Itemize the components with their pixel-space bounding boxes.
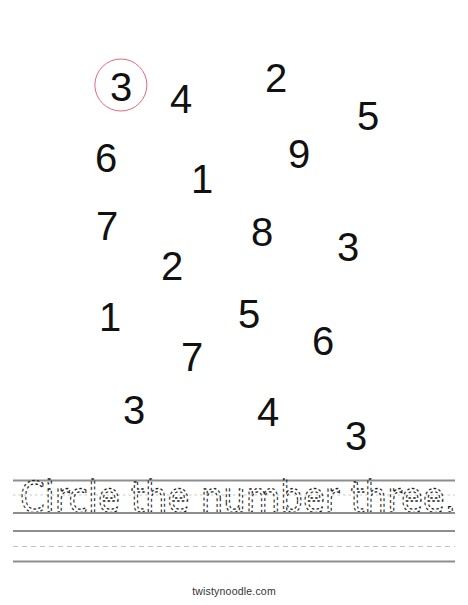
digit: 9 (288, 132, 310, 176)
digit: 7 (181, 335, 203, 379)
scattered-number[interactable]: 7 (96, 206, 118, 246)
worksheet-page: 3 4 2 5 6 1 9 7 8 3 2 1 5 6 7 3 4 3 Circ… (0, 0, 468, 605)
digit: 4 (257, 390, 279, 434)
digit: 2 (161, 244, 183, 288)
digit: 8 (251, 210, 273, 254)
scattered-number[interactable]: 2 (265, 58, 287, 98)
scattered-number[interactable]: 8 (251, 212, 273, 252)
digit: 5 (357, 94, 379, 138)
digit: 3 (345, 414, 367, 458)
digit: 6 (312, 319, 334, 363)
digit: 2 (265, 56, 287, 100)
tracing-sentence: Circle the number three. (20, 472, 456, 522)
digit: 1 (191, 157, 213, 201)
digit: 4 (170, 77, 192, 121)
digit: 3 (123, 388, 145, 432)
scattered-number[interactable]: 1 (191, 159, 213, 199)
digit: 7 (96, 204, 118, 248)
site-credit: twistynoodle.com (0, 585, 468, 597)
scattered-number[interactable]: 6 (312, 321, 334, 361)
scattered-number[interactable]: 2 (161, 246, 183, 286)
scattered-number[interactable]: 7 (181, 337, 203, 377)
scattered-number[interactable]: 4 (170, 79, 192, 119)
scattered-number[interactable]: 1 (99, 297, 121, 337)
digit: 5 (238, 292, 260, 336)
handwriting-area: Circle the number three. (0, 470, 468, 570)
scattered-number[interactable]: 9 (288, 134, 310, 174)
scattered-number[interactable]: 5 (357, 96, 379, 136)
digit: 1 (99, 295, 121, 339)
scattered-number[interactable]: 4 (257, 392, 279, 432)
scattered-number[interactable]: 3 (123, 390, 145, 430)
scattered-number[interactable]: 6 (95, 138, 117, 178)
digit: 3 (337, 225, 359, 269)
scattered-number[interactable]: 3 (345, 416, 367, 456)
digit: 6 (95, 136, 117, 180)
scattered-number[interactable]: 3 (337, 227, 359, 267)
scattered-number-circled[interactable]: 3 (110, 67, 132, 107)
scattered-number[interactable]: 5 (238, 294, 260, 334)
digit: 3 (110, 65, 132, 109)
number-field: 3 4 2 5 6 1 9 7 8 3 2 1 5 6 7 3 4 3 (0, 0, 468, 470)
